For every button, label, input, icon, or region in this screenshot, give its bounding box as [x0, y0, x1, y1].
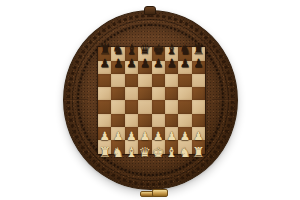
square-e5 [152, 87, 165, 100]
piece-black-pawn-c7: ♟ [126, 58, 136, 70]
piece-white-pawn-h2: ♟ [193, 131, 203, 143]
piece-white-pawn-a2: ♟ [100, 131, 110, 143]
piece-white-rook-a1: ♜ [99, 146, 111, 160]
square-f7: ♟ [165, 61, 178, 74]
square-d4 [138, 100, 151, 113]
piece-black-pawn-e7: ♟ [153, 58, 163, 70]
square-c3 [125, 114, 138, 127]
piece-black-rook-a8: ♜ [99, 43, 111, 57]
square-b7: ♟ [111, 61, 124, 74]
square-c5 [125, 87, 138, 100]
piece-black-knight-g8: ♞ [179, 43, 191, 57]
square-f5 [165, 87, 178, 100]
square-e7: ♟ [152, 61, 165, 74]
square-e3 [152, 114, 165, 127]
piece-white-bishop-c1: ♝ [125, 146, 137, 160]
square-d5 [138, 87, 151, 100]
piece-white-bishop-f1: ♝ [166, 146, 178, 160]
square-g4 [178, 100, 191, 113]
piece-white-pawn-b2: ♟ [113, 131, 123, 143]
square-b4 [111, 100, 124, 113]
piece-black-pawn-d7: ♟ [140, 58, 150, 70]
photo-stage: ♜♞♝♛♚♝♞♜♟♟♟♟♟♟♟♟♟♟♟♟♟♟♟♟♜♞♝♛♚♝♞♜ [0, 0, 300, 200]
piece-white-pawn-d2: ♟ [140, 131, 150, 143]
square-g5 [178, 87, 191, 100]
piece-white-rook-h1: ♜ [192, 146, 204, 160]
square-d6 [138, 74, 151, 87]
chessboard: ♜♞♝♛♚♝♞♜♟♟♟♟♟♟♟♟♟♟♟♟♟♟♟♟♜♞♝♛♚♝♞♜ [98, 47, 205, 154]
square-a5 [98, 87, 111, 100]
square-g3 [178, 114, 191, 127]
square-f4 [165, 100, 178, 113]
piece-black-rook-h8: ♜ [192, 43, 204, 57]
square-d7: ♟ [138, 61, 151, 74]
fold-seam-left [64, 99, 88, 101]
piece-white-king-e1: ♚ [152, 146, 164, 160]
square-d3 [138, 114, 151, 127]
piece-black-king-e8: ♚ [152, 43, 164, 57]
piece-white-queen-d1: ♛ [139, 146, 151, 160]
piece-black-knight-b8: ♞ [112, 43, 124, 57]
square-h7: ♟ [192, 61, 205, 74]
piece-black-pawn-b7: ♟ [113, 58, 123, 70]
square-h3 [192, 114, 205, 127]
square-b2: ♟ [111, 127, 124, 140]
square-h6 [192, 74, 205, 87]
brass-clasp [140, 188, 167, 196]
square-a7: ♟ [98, 61, 111, 74]
square-f6 [165, 74, 178, 87]
square-h5 [192, 87, 205, 100]
piece-black-pawn-f7: ♟ [166, 58, 176, 70]
square-e4 [152, 100, 165, 113]
clasp-latch [152, 189, 168, 197]
square-c6 [125, 74, 138, 87]
square-c7: ♟ [125, 61, 138, 74]
piece-white-pawn-g2: ♟ [180, 131, 190, 143]
square-a2: ♟ [98, 127, 111, 140]
square-e6 [152, 74, 165, 87]
square-f3 [165, 114, 178, 127]
square-a4 [98, 100, 111, 113]
piece-black-bishop-f8: ♝ [166, 43, 178, 57]
piece-black-pawn-h7: ♟ [193, 58, 203, 70]
piece-white-knight-g1: ♞ [179, 146, 191, 160]
square-a6 [98, 74, 111, 87]
square-a3 [98, 114, 111, 127]
piece-black-pawn-g7: ♟ [180, 58, 190, 70]
piece-black-bishop-c8: ♝ [125, 43, 137, 57]
square-h2: ♟ [192, 127, 205, 140]
square-e2: ♟ [152, 127, 165, 140]
square-b6 [111, 74, 124, 87]
piece-white-pawn-c2: ♟ [126, 131, 136, 143]
piece-white-pawn-f2: ♟ [166, 131, 176, 143]
piece-white-knight-b1: ♞ [112, 146, 124, 160]
square-g7: ♟ [178, 61, 191, 74]
square-h4 [192, 100, 205, 113]
hinge-knob [144, 6, 156, 15]
square-g2: ♟ [178, 127, 191, 140]
square-b3 [111, 114, 124, 127]
square-f2: ♟ [165, 127, 178, 140]
piece-black-queen-d8: ♛ [139, 43, 151, 57]
square-b5 [111, 87, 124, 100]
fold-seam-right [212, 99, 235, 101]
piece-white-pawn-e2: ♟ [153, 131, 163, 143]
piece-black-pawn-a7: ♟ [100, 58, 110, 70]
square-g6 [178, 74, 191, 87]
square-d2: ♟ [138, 127, 151, 140]
square-c4 [125, 100, 138, 113]
square-c2: ♟ [125, 127, 138, 140]
